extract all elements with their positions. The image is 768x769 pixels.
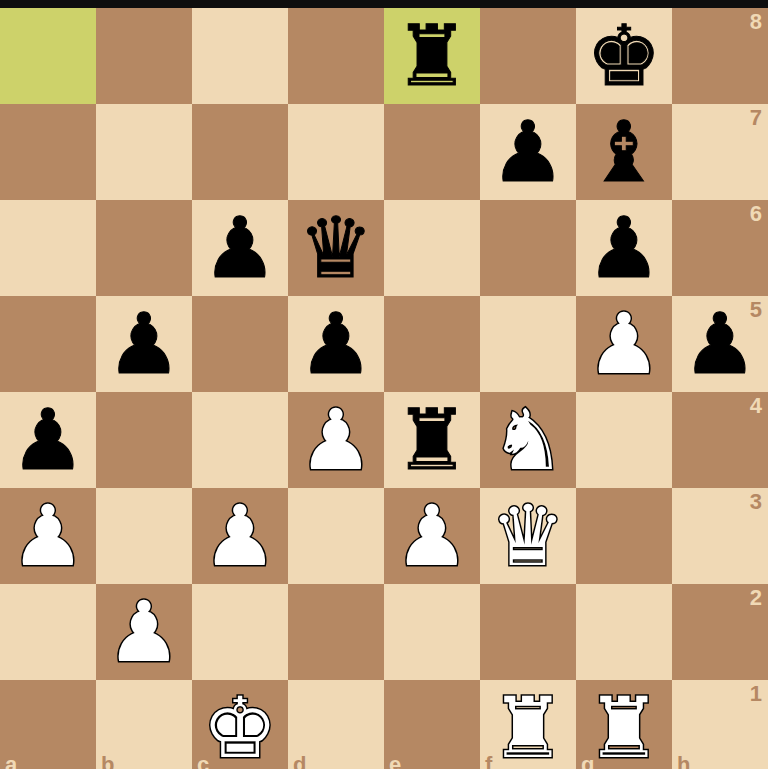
white-pawn-c3[interactable]: ♟ bbox=[192, 488, 288, 584]
square-e8[interactable]: ♜ bbox=[384, 8, 480, 104]
black-pawn-f7[interactable]: ♟ bbox=[480, 104, 576, 200]
square-b1[interactable]: b bbox=[96, 680, 192, 769]
square-f8[interactable] bbox=[480, 8, 576, 104]
square-a3[interactable]: ♟ bbox=[0, 488, 96, 584]
square-c1[interactable]: c♚ bbox=[192, 680, 288, 769]
square-c4[interactable] bbox=[192, 392, 288, 488]
square-b2[interactable]: ♟ bbox=[96, 584, 192, 680]
rank-label-1: 1 bbox=[750, 683, 762, 705]
black-pawn-b5[interactable]: ♟ bbox=[96, 296, 192, 392]
black-bishop-g7[interactable]: ♝ bbox=[576, 104, 672, 200]
white-queen-f3[interactable]: ♛ bbox=[480, 488, 576, 584]
file-label-b: b bbox=[101, 754, 114, 769]
rank-label-2: 2 bbox=[750, 587, 762, 609]
square-f6[interactable] bbox=[480, 200, 576, 296]
square-h6[interactable]: 6 bbox=[672, 200, 768, 296]
square-g5[interactable]: ♟ bbox=[576, 296, 672, 392]
square-c5[interactable] bbox=[192, 296, 288, 392]
square-g1[interactable]: g♜ bbox=[576, 680, 672, 769]
square-c3[interactable]: ♟ bbox=[192, 488, 288, 584]
square-f2[interactable] bbox=[480, 584, 576, 680]
square-h8[interactable]: 8 bbox=[672, 8, 768, 104]
square-a6[interactable] bbox=[0, 200, 96, 296]
black-pawn-h5[interactable]: ♟ bbox=[672, 296, 768, 392]
white-king-c1[interactable]: ♚ bbox=[192, 680, 288, 769]
white-rook-f1[interactable]: ♜ bbox=[480, 680, 576, 769]
square-h3[interactable]: 3 bbox=[672, 488, 768, 584]
white-pawn-g5[interactable]: ♟ bbox=[576, 296, 672, 392]
black-pawn-g6[interactable]: ♟ bbox=[576, 200, 672, 296]
square-c7[interactable] bbox=[192, 104, 288, 200]
square-e2[interactable] bbox=[384, 584, 480, 680]
square-e6[interactable] bbox=[384, 200, 480, 296]
square-e5[interactable] bbox=[384, 296, 480, 392]
square-f4[interactable]: ♞ bbox=[480, 392, 576, 488]
square-e3[interactable]: ♟ bbox=[384, 488, 480, 584]
square-a1[interactable]: a bbox=[0, 680, 96, 769]
square-d4[interactable]: ♟ bbox=[288, 392, 384, 488]
square-d2[interactable] bbox=[288, 584, 384, 680]
black-queen-d6[interactable]: ♛ bbox=[288, 200, 384, 296]
square-c8[interactable] bbox=[192, 8, 288, 104]
square-d5[interactable]: ♟ bbox=[288, 296, 384, 392]
square-g2[interactable] bbox=[576, 584, 672, 680]
square-g4[interactable] bbox=[576, 392, 672, 488]
square-g6[interactable]: ♟ bbox=[576, 200, 672, 296]
square-a7[interactable] bbox=[0, 104, 96, 200]
file-label-d: d bbox=[293, 754, 306, 769]
rank-label-6: 6 bbox=[750, 203, 762, 225]
white-rook-g1[interactable]: ♜ bbox=[576, 680, 672, 769]
square-h2[interactable]: 2 bbox=[672, 584, 768, 680]
file-label-e: e bbox=[389, 754, 401, 769]
rank-label-3: 3 bbox=[750, 491, 762, 513]
black-rook-e4[interactable]: ♜ bbox=[384, 392, 480, 488]
square-f1[interactable]: f♜ bbox=[480, 680, 576, 769]
square-a8[interactable] bbox=[0, 8, 96, 104]
square-c6[interactable]: ♟ bbox=[192, 200, 288, 296]
white-pawn-b2[interactable]: ♟ bbox=[96, 584, 192, 680]
black-pawn-d5[interactable]: ♟ bbox=[288, 296, 384, 392]
square-b3[interactable] bbox=[96, 488, 192, 584]
black-pawn-a4[interactable]: ♟ bbox=[0, 392, 96, 488]
white-knight-f4[interactable]: ♞ bbox=[480, 392, 576, 488]
square-h1[interactable]: 1h bbox=[672, 680, 768, 769]
square-a4[interactable]: ♟ bbox=[0, 392, 96, 488]
file-label-a: a bbox=[5, 754, 17, 769]
white-pawn-e3[interactable]: ♟ bbox=[384, 488, 480, 584]
rank-label-7: 7 bbox=[750, 107, 762, 129]
square-g7[interactable]: ♝ bbox=[576, 104, 672, 200]
square-h4[interactable]: 4 bbox=[672, 392, 768, 488]
square-d6[interactable]: ♛ bbox=[288, 200, 384, 296]
square-h5[interactable]: 5♟ bbox=[672, 296, 768, 392]
square-f3[interactable]: ♛ bbox=[480, 488, 576, 584]
square-c2[interactable] bbox=[192, 584, 288, 680]
square-b8[interactable] bbox=[96, 8, 192, 104]
square-d1[interactable]: d bbox=[288, 680, 384, 769]
square-d3[interactable] bbox=[288, 488, 384, 584]
square-f7[interactable]: ♟ bbox=[480, 104, 576, 200]
square-d7[interactable] bbox=[288, 104, 384, 200]
square-a2[interactable] bbox=[0, 584, 96, 680]
square-b4[interactable] bbox=[96, 392, 192, 488]
black-rook-e8[interactable]: ♜ bbox=[384, 8, 480, 104]
black-king-g8[interactable]: ♚ bbox=[576, 8, 672, 104]
square-f5[interactable] bbox=[480, 296, 576, 392]
square-b7[interactable] bbox=[96, 104, 192, 200]
file-label-h: h bbox=[677, 754, 690, 769]
square-d8[interactable] bbox=[288, 8, 384, 104]
black-pawn-c6[interactable]: ♟ bbox=[192, 200, 288, 296]
white-pawn-d4[interactable]: ♟ bbox=[288, 392, 384, 488]
square-a5[interactable] bbox=[0, 296, 96, 392]
chess-board: ♜♚8♟♝7♟♛♟6♟♟♟5♟♟♟♜♞4♟♟♟♛3♟2abc♚def♜g♜1h bbox=[0, 8, 768, 769]
rank-label-8: 8 bbox=[750, 11, 762, 33]
white-pawn-a3[interactable]: ♟ bbox=[0, 488, 96, 584]
square-e1[interactable]: e bbox=[384, 680, 480, 769]
square-b5[interactable]: ♟ bbox=[96, 296, 192, 392]
square-b6[interactable] bbox=[96, 200, 192, 296]
square-h7[interactable]: 7 bbox=[672, 104, 768, 200]
rank-label-4: 4 bbox=[750, 395, 762, 417]
square-e4[interactable]: ♜ bbox=[384, 392, 480, 488]
square-g8[interactable]: ♚ bbox=[576, 8, 672, 104]
square-g3[interactable] bbox=[576, 488, 672, 584]
square-e7[interactable] bbox=[384, 104, 480, 200]
